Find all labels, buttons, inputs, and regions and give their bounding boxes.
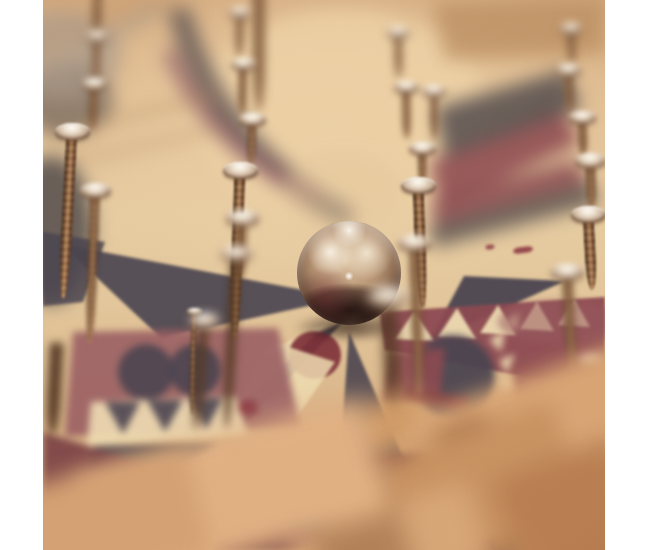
photo-frame <box>0 0 650 550</box>
bagatelle-board-photo <box>43 0 605 550</box>
painted-shape <box>43 448 213 550</box>
foreground-wood <box>43 0 605 550</box>
foreground-slats <box>43 335 605 550</box>
